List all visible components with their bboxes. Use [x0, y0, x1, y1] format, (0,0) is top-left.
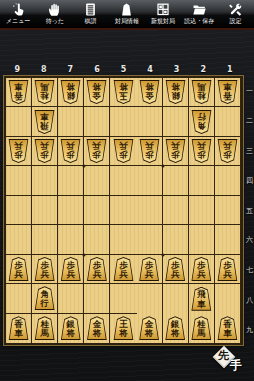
sente-piece-歩兵: 歩兵 [86, 257, 107, 281]
gote-piece-金将: 金将 [86, 80, 107, 104]
square-8-5[interactable] [32, 196, 58, 225]
open-hand-icon [47, 1, 62, 17]
rank-label-9: 九 [245, 315, 254, 345]
sente-piece-角行: 角行 [34, 286, 55, 310]
game-record-label: 棋譜 [85, 18, 97, 24]
sente-piece-歩兵: 歩兵 [191, 257, 212, 281]
gote-piece-香車: 香車 [8, 80, 29, 104]
square-1-4[interactable] [215, 166, 241, 195]
square-9-2[interactable] [6, 107, 32, 136]
square-9-1[interactable]: 香車 [6, 78, 32, 107]
square-4-6[interactable] [137, 225, 163, 254]
square-1-2[interactable] [215, 107, 241, 136]
square-7-5[interactable] [58, 196, 84, 225]
square-6-2[interactable] [84, 107, 110, 136]
rank-label-7: 七 [245, 255, 254, 285]
sente-piece-飛車: 飛車 [191, 287, 212, 311]
game-info-label: 対局情報 [115, 18, 139, 24]
square-3-6[interactable] [163, 225, 189, 254]
turn-badge-sen: 先 [218, 350, 229, 361]
square-5-7[interactable]: 歩兵 [110, 255, 136, 284]
sente-piece-金将: 金将 [86, 316, 107, 340]
square-4-1[interactable]: 金将 [137, 78, 163, 107]
square-7-3[interactable]: 歩兵 [58, 137, 84, 166]
square-2-3[interactable]: 歩兵 [189, 137, 215, 166]
file-label-7: 7 [57, 64, 84, 75]
gote-piece-角行: 角行 [191, 110, 212, 134]
gote-piece-香車: 香車 [217, 80, 238, 104]
gote-piece-歩兵: 歩兵 [113, 139, 134, 163]
sente-piece-桂馬: 桂馬 [191, 316, 212, 340]
square-3-1[interactable]: 銀将 [163, 78, 189, 107]
gote-piece-歩兵: 歩兵 [191, 139, 212, 163]
hoshi-dot [161, 165, 164, 168]
square-4-2[interactable] [137, 107, 163, 136]
square-4-4[interactable] [137, 166, 163, 195]
square-5-4[interactable] [110, 166, 136, 195]
file-label-3: 3 [163, 64, 190, 75]
square-4-9[interactable]: 金将 [137, 314, 163, 343]
gote-piece-歩兵: 歩兵 [139, 139, 160, 163]
gote-piece-歩兵: 歩兵 [217, 139, 238, 163]
file-label-9: 9 [4, 64, 31, 75]
square-8-1[interactable]: 桂馬 [32, 78, 58, 107]
square-9-5[interactable] [6, 196, 32, 225]
turn-badge: 先 手 [213, 346, 249, 378]
rank-labels: 一二三四五六七八九 [245, 76, 254, 345]
new-game-label: 新規対局 [151, 18, 175, 24]
rank-label-8: 八 [245, 285, 254, 315]
square-3-5[interactable] [163, 196, 189, 225]
sente-piece-歩兵: 歩兵 [34, 257, 55, 281]
square-1-7[interactable]: 歩兵 [215, 255, 241, 284]
rank-label-5: 五 [245, 196, 254, 226]
file-label-4: 4 [137, 64, 164, 75]
game-info-button[interactable]: 対局情報 [109, 0, 145, 28]
square-5-5[interactable] [110, 196, 136, 225]
sente-piece-金将: 金将 [139, 316, 160, 340]
square-8-9[interactable]: 桂馬 [32, 314, 58, 343]
tools-icon [227, 1, 244, 17]
square-3-3[interactable]: 歩兵 [163, 137, 189, 166]
square-3-8[interactable] [163, 284, 189, 313]
gote-piece-銀将: 銀将 [165, 80, 186, 104]
sente-piece-桂馬: 桂馬 [34, 316, 55, 340]
square-7-1[interactable]: 銀将 [58, 78, 84, 107]
square-6-8[interactable] [84, 284, 110, 313]
square-6-1[interactable]: 金将 [84, 78, 110, 107]
load-save-label: 読込・保存 [185, 18, 215, 24]
gote-piece-玉将: 玉将 [113, 80, 134, 104]
square-5-1[interactable]: 玉将 [110, 78, 136, 107]
square-9-6[interactable] [6, 225, 32, 254]
square-2-8[interactable]: 飛車 [189, 284, 215, 313]
gote-piece-歩兵: 歩兵 [86, 139, 107, 163]
square-7-8[interactable] [58, 284, 84, 313]
square-1-8[interactable] [215, 284, 241, 313]
square-4-7[interactable]: 歩兵 [137, 255, 163, 284]
square-9-9[interactable]: 香車 [6, 314, 32, 343]
turn-badge-te: 手 [230, 359, 242, 371]
square-3-2[interactable] [163, 107, 189, 136]
square-4-5[interactable] [137, 196, 163, 225]
sente-piece-香車: 香車 [217, 316, 238, 340]
square-8-7[interactable]: 歩兵 [32, 255, 58, 284]
square-7-7[interactable]: 歩兵 [58, 255, 84, 284]
square-7-2[interactable] [58, 107, 84, 136]
square-6-9[interactable]: 金将 [84, 314, 110, 343]
gote-piece-桂馬: 桂馬 [34, 80, 55, 104]
square-2-9[interactable]: 桂馬 [189, 314, 215, 343]
toolbar: メニュー 待った 棋譜 対局情報 新規対局 [0, 0, 254, 30]
square-3-9[interactable]: 銀将 [163, 314, 189, 343]
rank-label-3: 三 [245, 136, 254, 166]
sente-piece-歩兵: 歩兵 [139, 257, 160, 281]
square-1-1[interactable]: 香車 [215, 78, 241, 107]
square-6-5[interactable] [84, 196, 110, 225]
square-2-2[interactable]: 角行 [189, 107, 215, 136]
square-6-4[interactable] [84, 166, 110, 195]
tap-hand-icon [10, 1, 27, 17]
shogi-board: 香車桂馬銀将金将玉将金将銀将桂馬香車飛車角行歩兵歩兵歩兵歩兵歩兵歩兵歩兵歩兵歩兵… [4, 76, 243, 345]
hoshi-dot [83, 253, 86, 256]
square-2-6[interactable] [189, 225, 215, 254]
square-6-6[interactable] [84, 225, 110, 254]
gote-piece-歩兵: 歩兵 [8, 139, 29, 163]
square-1-9[interactable]: 香車 [215, 314, 241, 343]
settings-label: 設定 [230, 18, 242, 24]
square-5-8[interactable] [110, 284, 136, 313]
file-label-6: 6 [84, 64, 111, 75]
square-1-6[interactable] [215, 225, 241, 254]
shogi-piece-icon [119, 1, 134, 17]
file-labels: 987654321 [4, 64, 243, 75]
sente-piece-香車: 香車 [8, 316, 29, 340]
rank-label-4: 四 [245, 166, 254, 196]
load-save-button[interactable]: 読込・保存 [181, 0, 217, 28]
folder-icon [191, 1, 208, 17]
square-5-3[interactable]: 歩兵 [110, 137, 136, 166]
sente-piece-歩兵: 歩兵 [113, 257, 134, 281]
settings-button[interactable]: 設定 [218, 0, 254, 28]
sente-piece-銀将: 銀将 [165, 316, 186, 340]
square-3-4[interactable] [163, 166, 189, 195]
gote-piece-歩兵: 歩兵 [60, 139, 81, 163]
square-2-1[interactable]: 桂馬 [189, 78, 215, 107]
sente-piece-歩兵: 歩兵 [60, 257, 81, 281]
game-record-icon [83, 1, 98, 17]
hoshi-dot [83, 165, 86, 168]
rank-label-1: 一 [245, 76, 254, 106]
square-5-9[interactable]: 王将 [110, 314, 136, 343]
file-label-2: 2 [190, 64, 217, 75]
square-5-2[interactable] [110, 107, 136, 136]
menu-button[interactable]: メニュー [0, 0, 36, 28]
rank-label-2: 二 [245, 106, 254, 136]
square-4-3[interactable]: 歩兵 [137, 137, 163, 166]
gote-piece-歩兵: 歩兵 [34, 139, 55, 163]
menu-label: メニュー [6, 18, 30, 24]
square-9-8[interactable] [6, 284, 32, 313]
new-game-button[interactable]: 新規対局 [145, 0, 181, 28]
sente-piece-王将: 王将 [113, 316, 134, 340]
sente-piece-歩兵: 歩兵 [8, 257, 29, 281]
new-game-grid-icon [155, 1, 171, 17]
hoshi-dot [161, 253, 164, 256]
sente-piece-歩兵: 歩兵 [217, 257, 238, 281]
square-1-5[interactable] [215, 196, 241, 225]
file-label-1: 1 [217, 64, 244, 75]
square-8-8[interactable]: 角行 [32, 284, 58, 313]
square-8-2[interactable]: 飛車 [32, 107, 58, 136]
gote-piece-金将: 金将 [139, 80, 160, 104]
square-9-4[interactable] [6, 166, 32, 195]
square-8-6[interactable] [32, 225, 58, 254]
undo-button[interactable]: 待った [36, 0, 72, 28]
square-2-5[interactable] [189, 196, 215, 225]
square-2-7[interactable]: 歩兵 [189, 255, 215, 284]
app-screen: メニュー 待った 棋譜 対局情報 新規対局 [0, 0, 254, 381]
gote-piece-飛車: 飛車 [34, 110, 55, 134]
square-1-3[interactable]: 歩兵 [215, 137, 241, 166]
file-label-5: 5 [110, 64, 137, 75]
square-7-9[interactable]: 銀将 [58, 314, 84, 343]
file-label-8: 8 [31, 64, 58, 75]
square-8-3[interactable]: 歩兵 [32, 137, 58, 166]
rank-label-6: 六 [245, 225, 254, 255]
gote-piece-銀将: 銀将 [60, 80, 81, 104]
square-6-7[interactable]: 歩兵 [84, 255, 110, 284]
square-6-3[interactable]: 歩兵 [84, 137, 110, 166]
undo-label: 待った [45, 18, 63, 24]
square-7-6[interactable] [58, 225, 84, 254]
square-3-7[interactable]: 歩兵 [163, 255, 189, 284]
square-8-4[interactable] [32, 166, 58, 195]
sente-piece-銀将: 銀将 [60, 316, 81, 340]
square-9-7[interactable]: 歩兵 [6, 255, 32, 284]
square-7-4[interactable] [58, 166, 84, 195]
game-record-button[interactable]: 棋譜 [73, 0, 109, 28]
square-4-8[interactable] [137, 284, 163, 313]
gote-piece-桂馬: 桂馬 [191, 80, 212, 104]
square-9-3[interactable]: 歩兵 [6, 137, 32, 166]
sente-piece-歩兵: 歩兵 [165, 257, 186, 281]
square-5-6[interactable] [110, 225, 136, 254]
square-2-4[interactable] [189, 166, 215, 195]
gote-piece-歩兵: 歩兵 [165, 139, 186, 163]
